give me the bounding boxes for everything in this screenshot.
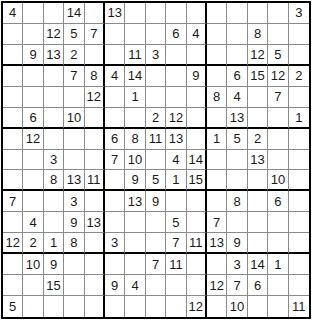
cell-r3c15[interactable] [289,45,309,66]
cell-r15c3[interactable] [44,296,64,317]
cell-r6c7[interactable] [125,108,145,129]
cell-r7c13[interactable]: 2 [248,129,268,150]
cell-r1c15[interactable]: 3 [289,3,309,24]
cell-r4c3[interactable] [44,66,64,87]
cell-r9c7[interactable]: 9 [125,170,145,191]
cell-r9c8[interactable]: 5 [146,170,166,191]
cell-r9c12[interactable] [227,170,247,191]
cell-r11c7[interactable] [125,212,145,233]
cell-r1c8[interactable] [146,3,166,24]
cell-r7c4[interactable] [64,129,84,150]
cell-r8c9[interactable]: 4 [166,150,186,171]
cell-r7c15[interactable] [289,129,309,150]
cell-r2c10[interactable]: 4 [187,24,207,45]
cell-r4c7[interactable]: 14 [125,66,145,87]
cell-r13c10[interactable] [187,254,207,275]
cell-r10c3[interactable] [44,191,64,212]
cell-r7c11[interactable]: 1 [207,129,227,150]
cell-r14c11[interactable]: 12 [207,275,227,296]
cell-r5c7[interactable]: 1 [125,87,145,108]
cell-r8c8[interactable] [146,150,166,171]
cell-r5c1[interactable] [3,87,23,108]
cell-r8c5[interactable] [85,150,105,171]
cell-r2c7[interactable] [125,24,145,45]
cell-r12c15[interactable] [289,233,309,254]
cell-r6c15[interactable]: 1 [289,108,309,129]
cell-r2c2[interactable] [23,24,43,45]
cell-r11c11[interactable]: 7 [207,212,227,233]
cell-r2c14[interactable] [268,24,288,45]
cell-r4c4[interactable]: 7 [64,66,84,87]
cell-r13c9[interactable]: 11 [166,254,186,275]
cell-r12c6[interactable]: 3 [105,233,125,254]
cell-r8c7[interactable]: 10 [125,150,145,171]
cell-r10c1[interactable]: 7 [3,191,23,212]
cell-r1c12[interactable] [227,3,247,24]
cell-r11c13[interactable] [248,212,268,233]
cell-r8c6[interactable]: 7 [105,150,125,171]
cell-r9c1[interactable] [3,170,23,191]
cell-r3c10[interactable] [187,45,207,66]
cell-r1c1[interactable]: 4 [3,3,23,24]
cell-r13c3[interactable]: 9 [44,254,64,275]
cell-r6c6[interactable] [105,108,125,129]
cell-r14c7[interactable]: 4 [125,275,145,296]
cell-r2c4[interactable]: 5 [64,24,84,45]
cell-r5c6[interactable] [105,87,125,108]
cell-r1c6[interactable]: 13 [105,3,125,24]
cell-r15c2[interactable] [23,296,43,317]
cell-r4c1[interactable] [3,66,23,87]
cell-r6c12[interactable]: 13 [227,108,247,129]
cell-r7c7[interactable]: 8 [125,129,145,150]
cell-r3c4[interactable]: 2 [64,45,84,66]
sudoku-board-15x15: 4141331257648913211312578414961512212184… [1,1,311,319]
cell-r3c2[interactable]: 9 [23,45,43,66]
cell-r10c13[interactable] [248,191,268,212]
cell-r10c4[interactable]: 3 [64,191,84,212]
cell-r14c14[interactable] [268,275,288,296]
cell-r14c15[interactable] [289,275,309,296]
cell-r13c11[interactable] [207,254,227,275]
cell-r12c13[interactable] [248,233,268,254]
cell-r2c5[interactable]: 7 [85,24,105,45]
cell-r4c12[interactable]: 6 [227,66,247,87]
cell-r4c13[interactable]: 15 [248,66,268,87]
cell-r11c1[interactable] [3,212,23,233]
cell-r5c2[interactable] [23,87,43,108]
cell-r10c11[interactable] [207,191,227,212]
cell-r1c14[interactable] [268,3,288,24]
cell-r5c10[interactable] [187,87,207,108]
cell-r12c3[interactable]: 1 [44,233,64,254]
cell-r7c14[interactable] [268,129,288,150]
cell-r6c10[interactable] [187,108,207,129]
cell-r14c6[interactable]: 9 [105,275,125,296]
cell-r2c8[interactable] [146,24,166,45]
cell-r10c7[interactable]: 13 [125,191,145,212]
cell-r13c7[interactable] [125,254,145,275]
cell-r11c12[interactable] [227,212,247,233]
cell-r13c4[interactable] [64,254,84,275]
cell-r13c6[interactable] [105,254,125,275]
sudoku-page: 4141331257648913211312578414961512212184… [0,0,312,320]
cell-r7c3[interactable] [44,129,64,150]
cell-r5c8[interactable] [146,87,166,108]
cell-r9c15[interactable] [289,170,309,191]
cell-r8c3[interactable]: 3 [44,150,64,171]
cell-r1c3[interactable] [44,3,64,24]
cell-r6c14[interactable] [268,108,288,129]
cell-r13c1[interactable] [3,254,23,275]
cell-r1c13[interactable] [248,3,268,24]
cell-r15c5[interactable] [85,296,105,317]
cell-r9c11[interactable] [207,170,227,191]
cell-r1c11[interactable] [207,3,227,24]
cell-r4c9[interactable] [166,66,186,87]
cell-r3c7[interactable]: 11 [125,45,145,66]
cell-r5c5[interactable]: 12 [85,87,105,108]
cell-r10c12[interactable]: 8 [227,191,247,212]
cell-r6c8[interactable]: 2 [146,108,166,129]
cell-r4c10[interactable]: 9 [187,66,207,87]
cell-r1c10[interactable] [187,3,207,24]
cell-r3c13[interactable]: 12 [248,45,268,66]
cell-r15c11[interactable] [207,296,227,317]
cell-r7c9[interactable]: 13 [166,129,186,150]
cell-r4c6[interactable]: 4 [105,66,125,87]
cell-r9c10[interactable]: 15 [187,170,207,191]
cell-r11c10[interactable] [187,212,207,233]
cell-r8c1[interactable] [3,150,23,171]
cell-r7c2[interactable]: 12 [23,129,43,150]
cell-r10c8[interactable]: 9 [146,191,166,212]
cell-r8c14[interactable] [268,150,288,171]
cell-r5c11[interactable]: 8 [207,87,227,108]
cell-r6c13[interactable] [248,108,268,129]
cell-r6c4[interactable]: 10 [64,108,84,129]
cell-r15c1[interactable]: 5 [3,296,23,317]
cell-r14c2[interactable] [23,275,43,296]
cell-r11c15[interactable] [289,212,309,233]
cell-r6c5[interactable] [85,108,105,129]
cell-r9c6[interactable] [105,170,125,191]
cell-r8c10[interactable]: 14 [187,150,207,171]
cell-r8c11[interactable] [207,150,227,171]
cell-r9c9[interactable]: 1 [166,170,186,191]
cell-r5c13[interactable] [248,87,268,108]
cell-r9c4[interactable]: 13 [64,170,84,191]
cell-r4c15[interactable]: 2 [289,66,309,87]
cell-r3c3[interactable]: 13 [44,45,64,66]
cell-r10c9[interactable] [166,191,186,212]
cell-r2c13[interactable]: 8 [248,24,268,45]
cell-r1c9[interactable] [166,3,186,24]
cell-r13c14[interactable]: 1 [268,254,288,275]
cell-r8c15[interactable] [289,150,309,171]
cell-r5c4[interactable] [64,87,84,108]
cell-r4c14[interactable]: 12 [268,66,288,87]
cell-r10c14[interactable]: 6 [268,191,288,212]
cell-r12c14[interactable] [268,233,288,254]
cell-r3c1[interactable] [3,45,23,66]
cell-r10c5[interactable] [85,191,105,212]
cell-r15c9[interactable] [166,296,186,317]
cell-r5c14[interactable]: 7 [268,87,288,108]
cell-r3c12[interactable] [227,45,247,66]
cell-r11c14[interactable] [268,212,288,233]
cell-r11c8[interactable] [146,212,166,233]
cell-r14c5[interactable] [85,275,105,296]
cell-r15c13[interactable] [248,296,268,317]
cell-r14c8[interactable] [146,275,166,296]
cell-r13c13[interactable]: 14 [248,254,268,275]
cell-r13c8[interactable]: 7 [146,254,166,275]
cell-r7c6[interactable]: 6 [105,129,125,150]
cell-r12c12[interactable]: 9 [227,233,247,254]
cell-r10c6[interactable] [105,191,125,212]
cell-r15c4[interactable] [64,296,84,317]
cell-r11c4[interactable]: 9 [64,212,84,233]
cell-r15c14[interactable] [268,296,288,317]
cell-r4c11[interactable] [207,66,227,87]
cell-r1c2[interactable] [23,3,43,24]
cell-r12c9[interactable]: 7 [166,233,186,254]
cell-r3c6[interactable] [105,45,125,66]
cell-r10c15[interactable] [289,191,309,212]
cell-r13c15[interactable] [289,254,309,275]
cell-r6c3[interactable] [44,108,64,129]
cell-r12c2[interactable]: 2 [23,233,43,254]
cell-r7c1[interactable] [3,129,23,150]
cell-r14c9[interactable] [166,275,186,296]
cell-r2c9[interactable]: 6 [166,24,186,45]
cell-r9c13[interactable] [248,170,268,191]
cell-r12c7[interactable] [125,233,145,254]
cell-r14c3[interactable]: 15 [44,275,64,296]
cell-r5c15[interactable] [289,87,309,108]
cell-r9c2[interactable] [23,170,43,191]
cell-r15c15[interactable]: 11 [289,296,309,317]
cell-r6c11[interactable] [207,108,227,129]
cell-r3c8[interactable]: 3 [146,45,166,66]
cell-r15c6[interactable] [105,296,125,317]
cell-r9c5[interactable]: 11 [85,170,105,191]
cell-r13c12[interactable]: 3 [227,254,247,275]
cell-r15c7[interactable] [125,296,145,317]
cell-r10c2[interactable] [23,191,43,212]
cell-r8c2[interactable] [23,150,43,171]
cell-r14c13[interactable]: 6 [248,275,268,296]
cell-r3c5[interactable] [85,45,105,66]
cell-r8c12[interactable] [227,150,247,171]
cell-r3c9[interactable] [166,45,186,66]
cell-r5c9[interactable] [166,87,186,108]
cell-r2c15[interactable] [289,24,309,45]
cell-r4c8[interactable] [146,66,166,87]
cell-r8c4[interactable] [64,150,84,171]
cell-r1c7[interactable] [125,3,145,24]
cell-r14c10[interactable] [187,275,207,296]
cell-r6c1[interactable] [3,108,23,129]
cell-r6c2[interactable]: 6 [23,108,43,129]
cell-r14c12[interactable]: 7 [227,275,247,296]
cell-r10c10[interactable] [187,191,207,212]
cell-r4c5[interactable]: 8 [85,66,105,87]
cell-r12c4[interactable]: 8 [64,233,84,254]
cell-r11c9[interactable]: 5 [166,212,186,233]
cell-r3c14[interactable]: 5 [268,45,288,66]
cell-r8c13[interactable]: 13 [248,150,268,171]
cell-r11c6[interactable] [105,212,125,233]
cell-r7c10[interactable] [187,129,207,150]
cell-r12c11[interactable]: 13 [207,233,227,254]
cell-r2c1[interactable] [3,24,23,45]
cell-r14c1[interactable] [3,275,23,296]
cell-r11c3[interactable] [44,212,64,233]
cell-r1c4[interactable]: 14 [64,3,84,24]
cell-r2c3[interactable]: 12 [44,24,64,45]
cell-r2c12[interactable] [227,24,247,45]
cell-r7c8[interactable]: 11 [146,129,166,150]
cell-r15c10[interactable]: 12 [187,296,207,317]
cell-r11c5[interactable]: 13 [85,212,105,233]
cell-r5c3[interactable] [44,87,64,108]
cell-r12c8[interactable] [146,233,166,254]
cell-r6c9[interactable]: 12 [166,108,186,129]
cell-r2c6[interactable] [105,24,125,45]
cell-r15c12[interactable]: 10 [227,296,247,317]
cell-r15c8[interactable] [146,296,166,317]
cell-r9c3[interactable]: 8 [44,170,64,191]
cell-r1c5[interactable] [85,3,105,24]
cell-r9c14[interactable]: 10 [268,170,288,191]
cell-r11c2[interactable]: 4 [23,212,43,233]
cell-r7c12[interactable]: 5 [227,129,247,150]
cell-r5c12[interactable]: 4 [227,87,247,108]
cell-r7c5[interactable] [85,129,105,150]
cell-r12c10[interactable]: 11 [187,233,207,254]
cell-r3c11[interactable] [207,45,227,66]
cell-r12c1[interactable]: 12 [3,233,23,254]
cell-r2c11[interactable] [207,24,227,45]
cell-r13c2[interactable]: 10 [23,254,43,275]
cell-r14c4[interactable] [64,275,84,296]
cell-r4c2[interactable] [23,66,43,87]
cell-r12c5[interactable] [85,233,105,254]
cell-r13c5[interactable] [85,254,105,275]
